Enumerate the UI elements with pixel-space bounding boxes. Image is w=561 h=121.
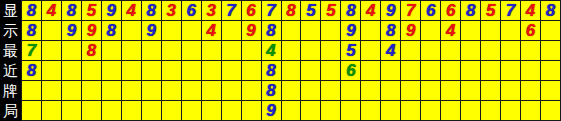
cell <box>401 41 420 60</box>
cell <box>541 41 560 60</box>
cell <box>182 21 201 40</box>
cell: 7 <box>262 1 281 20</box>
cell: 4 <box>521 1 540 20</box>
cell: 5 <box>82 1 101 20</box>
cell: 6 <box>521 21 540 40</box>
cell <box>421 21 440 40</box>
cell <box>42 101 61 120</box>
cell <box>42 41 61 60</box>
cell <box>421 61 440 80</box>
cell <box>421 81 440 100</box>
cell: 8 <box>341 1 360 20</box>
cell <box>461 101 480 120</box>
cell: 9 <box>102 1 121 20</box>
scoreboard: 显示最近牌局 848594836376785584976685748899894… <box>0 0 561 121</box>
cell: 7 <box>22 41 41 60</box>
cell <box>162 41 181 60</box>
cell <box>242 61 261 80</box>
cell <box>501 81 520 100</box>
cell <box>461 61 480 80</box>
cell <box>321 41 340 60</box>
cell <box>282 21 301 40</box>
cell <box>242 101 261 120</box>
cell <box>282 81 301 100</box>
cell <box>122 101 141 120</box>
cell <box>282 41 301 60</box>
cell <box>122 61 141 80</box>
cell <box>222 21 241 40</box>
cell <box>162 21 181 40</box>
cell: 8 <box>262 21 281 40</box>
cell: 8 <box>381 21 400 40</box>
cell <box>202 81 221 100</box>
cell <box>142 41 161 60</box>
cell <box>481 81 500 100</box>
cell <box>521 81 540 100</box>
cell <box>541 81 560 100</box>
cell <box>321 21 340 40</box>
cell <box>222 61 241 80</box>
cell: 9 <box>62 21 81 40</box>
cell <box>521 101 540 120</box>
cell <box>62 81 81 100</box>
cell <box>361 101 380 120</box>
cell <box>202 101 221 120</box>
cell <box>62 41 81 60</box>
cell <box>301 81 320 100</box>
cell <box>401 61 420 80</box>
cell <box>501 41 520 60</box>
cell <box>122 81 141 100</box>
cell: 4 <box>202 21 221 40</box>
cell: 8 <box>262 81 281 100</box>
cell <box>301 21 320 40</box>
cell: 8 <box>22 21 41 40</box>
cell <box>541 21 560 40</box>
cell <box>341 81 360 100</box>
cell: 9 <box>242 21 261 40</box>
cell <box>182 81 201 100</box>
cell: 8 <box>62 1 81 20</box>
cell: 8 <box>22 61 41 80</box>
cell: 8 <box>102 21 121 40</box>
cell <box>62 61 81 80</box>
cell <box>102 61 121 80</box>
cell <box>361 81 380 100</box>
cell <box>481 61 500 80</box>
cell <box>361 61 380 80</box>
cell <box>301 61 320 80</box>
cell <box>501 21 520 40</box>
cell <box>42 21 61 40</box>
cell <box>401 101 420 120</box>
cell: 6 <box>242 1 261 20</box>
cell <box>122 21 141 40</box>
label-char: 最 <box>3 43 18 58</box>
cell <box>521 61 540 80</box>
cell <box>441 61 460 80</box>
cell: 8 <box>541 1 560 20</box>
cell <box>481 41 500 60</box>
cell <box>142 61 161 80</box>
cell <box>521 41 540 60</box>
cell <box>182 61 201 80</box>
cell: 9 <box>142 21 161 40</box>
cell: 6 <box>421 1 440 20</box>
cell <box>202 61 221 80</box>
cell <box>441 101 460 120</box>
cell <box>401 81 420 100</box>
cell <box>242 41 261 60</box>
cell: 8 <box>22 1 41 20</box>
cell <box>22 81 41 100</box>
cell: 4 <box>122 1 141 20</box>
cell <box>321 101 340 120</box>
cell <box>361 41 380 60</box>
cell: 9 <box>262 101 281 120</box>
cell: 4 <box>361 1 380 20</box>
cell: 4 <box>381 41 400 60</box>
cell <box>122 41 141 60</box>
cell: 8 <box>142 1 161 20</box>
cell <box>182 41 201 60</box>
cell: 4 <box>441 21 460 40</box>
cell: 5 <box>341 41 360 60</box>
cell <box>321 81 340 100</box>
cell: 7 <box>222 1 241 20</box>
cell <box>42 61 61 80</box>
board-grid: 8485948363767855849766857488998949898946… <box>21 0 561 121</box>
cell: 6 <box>182 1 201 20</box>
cell <box>301 41 320 60</box>
cell <box>541 101 560 120</box>
cell <box>421 41 440 60</box>
cell <box>182 101 201 120</box>
cell <box>501 61 520 80</box>
cell <box>421 101 440 120</box>
cell: 9 <box>341 21 360 40</box>
label-char: 示 <box>3 23 18 38</box>
cell <box>461 81 480 100</box>
cell <box>222 81 241 100</box>
cell <box>381 61 400 80</box>
cell <box>22 101 41 120</box>
cell <box>102 101 121 120</box>
cell: 4 <box>262 41 281 60</box>
cell <box>102 81 121 100</box>
cell <box>282 101 301 120</box>
cell: 9 <box>401 21 420 40</box>
cell: 3 <box>202 1 221 20</box>
cell <box>102 41 121 60</box>
cell <box>162 61 181 80</box>
cell <box>162 81 181 100</box>
cell <box>301 101 320 120</box>
cell <box>361 21 380 40</box>
cell <box>481 101 500 120</box>
cell <box>42 81 61 100</box>
cell <box>441 41 460 60</box>
cell: 5 <box>481 1 500 20</box>
cell: 8 <box>262 61 281 80</box>
cell: 7 <box>401 1 420 20</box>
cell <box>321 61 340 80</box>
label-char: 显 <box>3 3 18 18</box>
cell <box>461 21 480 40</box>
cell <box>62 101 81 120</box>
cell <box>142 101 161 120</box>
cell <box>242 81 261 100</box>
cell <box>162 101 181 120</box>
cell <box>481 21 500 40</box>
cell: 8 <box>461 1 480 20</box>
cell: 5 <box>321 1 340 20</box>
cell <box>222 101 241 120</box>
cell: 8 <box>82 41 101 60</box>
cell: 9 <box>381 1 400 20</box>
cell <box>282 61 301 80</box>
cell <box>501 101 520 120</box>
cell: 7 <box>501 1 520 20</box>
cell: 5 <box>301 1 320 20</box>
cell: 6 <box>441 1 460 20</box>
cell <box>461 41 480 60</box>
cell <box>341 101 360 120</box>
recent-games-label: 显示最近牌局 <box>0 0 21 121</box>
label-char: 近 <box>3 63 18 78</box>
label-char: 局 <box>3 103 18 118</box>
cell: 4 <box>42 1 61 20</box>
cell <box>202 41 221 60</box>
cell <box>82 101 101 120</box>
cell <box>82 81 101 100</box>
cell <box>441 81 460 100</box>
cell <box>541 61 560 80</box>
cell: 9 <box>82 21 101 40</box>
cell <box>222 41 241 60</box>
cell: 6 <box>341 61 360 80</box>
cell: 8 <box>282 1 301 20</box>
cell <box>381 101 400 120</box>
cell <box>82 61 101 80</box>
cell <box>381 81 400 100</box>
cell: 3 <box>162 1 181 20</box>
label-char: 牌 <box>3 83 18 98</box>
cell <box>142 81 161 100</box>
